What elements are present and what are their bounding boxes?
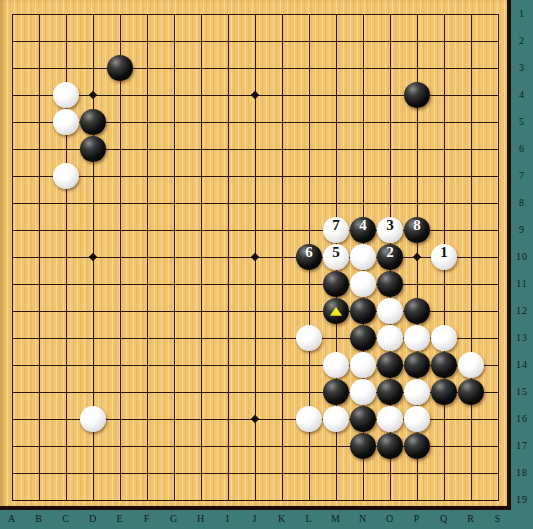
stone-P17[interactable] [404,433,430,459]
stone-O16[interactable] [377,406,403,432]
stone-P15[interactable] [404,379,430,405]
stone-O14[interactable] [377,352,403,378]
stone-N15[interactable] [350,379,376,405]
star-point [89,91,97,99]
grid-line-horizontal [12,284,499,285]
move-number: 4 [350,217,376,243]
stone-M14[interactable] [323,352,349,378]
grid-line-vertical [471,14,472,501]
column-label-M: M [326,513,346,524]
move-number: 3 [377,217,403,243]
column-label-Q: Q [434,513,454,524]
row-label-17: 17 [511,440,533,451]
column-labels: ABCDEFGHIJKLMNOPQRS [0,510,533,529]
star-point [251,415,259,423]
stone-P4[interactable] [404,82,430,108]
stone-D16[interactable] [80,406,106,432]
grid-line-horizontal [12,473,499,474]
stone-M11[interactable] [323,271,349,297]
grid-line-horizontal [12,500,499,501]
stone-O10[interactable]: 2 [377,244,403,270]
stone-P9[interactable]: 8 [404,217,430,243]
grid-line-vertical [282,14,283,501]
stone-M15[interactable] [323,379,349,405]
stone-L13[interactable] [296,325,322,351]
stone-N11[interactable] [350,271,376,297]
triangle-marker-icon [330,307,342,316]
stone-Q10[interactable]: 1 [431,244,457,270]
row-label-3: 3 [511,62,533,73]
row-label-16: 16 [511,413,533,424]
stone-L10[interactable]: 6 [296,244,322,270]
star-point [413,253,421,261]
stone-L16[interactable] [296,406,322,432]
go-board-window: 74386521 12345678910111213141516171819 A… [0,0,533,529]
stone-C5[interactable] [53,109,79,135]
stone-O12[interactable] [377,298,403,324]
row-label-11: 11 [511,278,533,289]
column-label-K: K [272,513,292,524]
move-number: 2 [377,244,403,270]
stone-P16[interactable] [404,406,430,432]
stone-N13[interactable] [350,325,376,351]
stone-D5[interactable] [80,109,106,135]
stone-N9[interactable]: 4 [350,217,376,243]
row-label-19: 19 [511,494,533,505]
stone-C7[interactable] [53,163,79,189]
move-number: 8 [404,217,430,243]
move-number: 5 [323,244,349,270]
column-label-D: D [83,513,103,524]
move-number: 7 [323,217,349,243]
move-number: 1 [431,244,457,270]
row-labels: 12345678910111213141516171819 [511,0,533,529]
stone-P13[interactable] [404,325,430,351]
stone-O15[interactable] [377,379,403,405]
grid-line-vertical [498,14,499,501]
column-label-N: N [353,513,373,524]
row-label-18: 18 [511,467,533,478]
row-label-9: 9 [511,224,533,235]
row-label-15: 15 [511,386,533,397]
row-label-5: 5 [511,116,533,127]
column-label-P: P [407,513,427,524]
stone-N16[interactable] [350,406,376,432]
row-label-1: 1 [511,8,533,19]
column-label-F: F [137,513,157,524]
stone-M9[interactable]: 7 [323,217,349,243]
stone-N10[interactable] [350,244,376,270]
stone-Q15[interactable] [431,379,457,405]
row-label-2: 2 [511,35,533,46]
row-label-8: 8 [511,197,533,208]
star-point [251,253,259,261]
stone-R15[interactable] [458,379,484,405]
column-label-B: B [29,513,49,524]
stone-P12[interactable] [404,298,430,324]
stone-N12[interactable] [350,298,376,324]
column-label-I: I [218,513,238,524]
move-number: 6 [296,244,322,270]
stone-Q14[interactable] [431,352,457,378]
column-label-O: O [380,513,400,524]
row-label-6: 6 [511,143,533,154]
stone-O11[interactable] [377,271,403,297]
stone-P14[interactable] [404,352,430,378]
star-point [251,91,259,99]
row-label-4: 4 [511,89,533,100]
star-point [89,253,97,261]
column-label-G: G [164,513,184,524]
stone-R14[interactable] [458,352,484,378]
stone-N17[interactable] [350,433,376,459]
column-label-C: C [56,513,76,524]
stone-O9[interactable]: 3 [377,217,403,243]
stone-Q13[interactable] [431,325,457,351]
stone-M10[interactable]: 5 [323,244,349,270]
stone-O13[interactable] [377,325,403,351]
go-board[interactable]: 74386521 [0,0,511,510]
row-label-12: 12 [511,305,533,316]
stone-C4[interactable] [53,82,79,108]
stone-E3[interactable] [107,55,133,81]
column-label-J: J [245,513,265,524]
column-label-R: R [461,513,481,524]
row-label-7: 7 [511,170,533,181]
stone-D6[interactable] [80,136,106,162]
stone-M12[interactable] [323,298,349,324]
row-label-10: 10 [511,251,533,262]
column-label-H: H [191,513,211,524]
stone-N14[interactable] [350,352,376,378]
stone-O17[interactable] [377,433,403,459]
column-label-E: E [110,513,130,524]
column-label-S: S [488,513,508,524]
stone-M16[interactable] [323,406,349,432]
column-label-L: L [299,513,319,524]
row-label-14: 14 [511,359,533,370]
row-label-13: 13 [511,332,533,343]
column-label-A: A [2,513,22,524]
